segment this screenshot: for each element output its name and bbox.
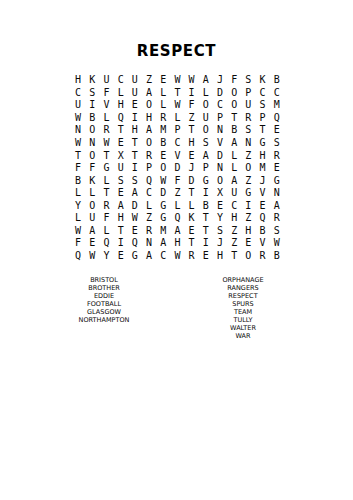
grid-cell-r5c10: O <box>199 124 213 137</box>
grid-cell-r9c2: K <box>85 174 99 187</box>
grid-cell-r11c4: A <box>114 199 128 212</box>
grid-cell-r13c6: R <box>142 225 156 238</box>
grid-cell-r5c15: E <box>270 124 284 137</box>
grid-cell-r1c15: B <box>270 74 284 87</box>
word-list-item: RANGERS <box>178 284 308 292</box>
grid-cell-r3c3: V <box>99 99 113 112</box>
grid-cell-r4c14: P <box>255 112 269 125</box>
grid-cell-r14c8: H <box>170 237 184 250</box>
grid-cell-r9c14: J <box>255 174 269 187</box>
grid-cell-r11c2: O <box>85 199 99 212</box>
grid-cell-r2c7: L <box>156 87 170 100</box>
grid-cell-r12c6: Z <box>142 212 156 225</box>
grid-cell-r9c12: A <box>227 174 241 187</box>
grid-cell-r5c11: N <box>213 124 227 137</box>
grid-cell-r2c11: D <box>213 87 227 100</box>
grid-cell-r10c7: D <box>156 187 170 200</box>
grid-cell-r11c15: A <box>270 199 284 212</box>
grid-cell-r9c10: G <box>199 174 213 187</box>
grid-cell-r5c1: N <box>71 124 85 137</box>
grid-cell-r7c15: R <box>270 149 284 162</box>
word-list-item: GLASGOW <box>39 308 169 316</box>
word-list-item: WALTER <box>178 324 308 332</box>
grid-cell-r8c3: G <box>99 162 113 175</box>
grid-cell-r15c2: W <box>85 250 99 263</box>
grid-cell-r1c1: H <box>71 74 85 87</box>
word-list-item: TULLY <box>178 316 308 324</box>
grid-cell-r14c7: A <box>156 237 170 250</box>
grid-cell-r7c2: O <box>85 149 99 162</box>
grid-cell-r11c12: C <box>227 199 241 212</box>
grid-cell-r13c2: A <box>85 225 99 238</box>
grid-cell-r12c4: H <box>114 212 128 225</box>
grid-cell-r1c11: J <box>213 74 227 87</box>
grid-cell-r5c5: H <box>128 124 142 137</box>
grid-cell-r1c5: U <box>128 74 142 87</box>
grid-cell-r5c2: O <box>85 124 99 137</box>
grid-cell-r7c11: D <box>213 149 227 162</box>
grid-cell-r4c10: U <box>199 112 213 125</box>
word-list-item: NORTHAMPTON <box>39 316 169 324</box>
grid-cell-r7c9: E <box>185 149 199 162</box>
grid-cell-r9c3: L <box>99 174 113 187</box>
grid-cell-r13c9: E <box>185 225 199 238</box>
grid-cell-r15c3: Y <box>99 250 113 263</box>
grid-cell-r4c2: B <box>85 112 99 125</box>
grid-cell-r6c1: W <box>71 137 85 150</box>
grid-cell-r6c8: C <box>170 137 184 150</box>
grid-cell-r10c10: I <box>199 187 213 200</box>
grid-cell-r11c9: L <box>185 199 199 212</box>
grid-cell-r5c14: T <box>255 124 269 137</box>
word-list-left: BRISTOLBROTHEREDDIEFOOTBALLGLASGOWNORTHA… <box>39 276 169 324</box>
grid-cell-r15c13: O <box>241 250 255 263</box>
grid-cell-r4c5: I <box>128 112 142 125</box>
grid-cell-r1c2: K <box>85 74 99 87</box>
grid-cell-r2c14: C <box>255 87 269 100</box>
grid-cell-r3c6: O <box>142 99 156 112</box>
word-list-item: BRISTOL <box>39 276 169 284</box>
grid-cell-r9c1: B <box>71 174 85 187</box>
grid-cell-r12c2: U <box>85 212 99 225</box>
grid-cell-r10c12: U <box>227 187 241 200</box>
grid-cell-r3c15: M <box>270 99 284 112</box>
grid-cell-r14c6: N <box>142 237 156 250</box>
grid-cell-r4c6: H <box>142 112 156 125</box>
grid-cell-r6c13: N <box>241 137 255 150</box>
grid-cell-r11c6: L <box>142 199 156 212</box>
grid-cell-r11c1: Y <box>71 199 85 212</box>
grid-cell-r7c8: V <box>170 149 184 162</box>
grid-cell-r6c10: S <box>199 137 213 150</box>
grid-cell-r4c3: L <box>99 112 113 125</box>
grid-cell-r6c2: N <box>85 137 99 150</box>
grid-cell-r14c1: F <box>71 237 85 250</box>
grid-cell-r11c11: E <box>213 199 227 212</box>
grid-cell-r11c13: I <box>241 199 255 212</box>
grid-cell-r3c11: C <box>213 99 227 112</box>
grid-cell-r2c3: F <box>99 87 113 100</box>
grid-cell-r10c14: V <box>255 187 269 200</box>
grid-cell-r9c13: Z <box>241 174 255 187</box>
grid-cell-r7c12: L <box>227 149 241 162</box>
grid-cell-r15c5: G <box>128 250 142 263</box>
grid-cell-r15c1: Q <box>71 250 85 263</box>
grid-cell-r1c10: A <box>199 74 213 87</box>
grid-cell-r14c4: I <box>114 237 128 250</box>
grid-cell-r8c7: O <box>156 162 170 175</box>
word-search-page: RESPECT HKUCUZEWWAJFSKBCSFLUALTILDOPCCUI… <box>0 0 353 500</box>
grid-cell-r2c1: C <box>71 87 85 100</box>
grid-cell-r7c10: A <box>199 149 213 162</box>
grid-cell-r3c9: F <box>185 99 199 112</box>
grid-cell-r8c8: D <box>170 162 184 175</box>
grid-cell-r6c12: A <box>227 137 241 150</box>
grid-cell-r14c5: Q <box>128 237 142 250</box>
grid-cell-r10c8: Z <box>170 187 184 200</box>
grid-cell-r3c2: I <box>85 99 99 112</box>
grid-cell-r3c5: E <box>128 99 142 112</box>
grid-cell-r4c12: T <box>227 112 241 125</box>
grid-cell-r13c5: E <box>128 225 142 238</box>
word-list-item: WAR <box>178 332 308 340</box>
grid-cell-r9c4: S <box>114 174 128 187</box>
grid-cell-r13c8: A <box>170 225 184 238</box>
grid-cell-r2c5: U <box>128 87 142 100</box>
grid-cell-r8c11: N <box>213 162 227 175</box>
grid-cell-r7c3: T <box>99 149 113 162</box>
grid-cell-r8c14: M <box>255 162 269 175</box>
grid-cell-r11c8: L <box>170 199 184 212</box>
grid-cell-r13c10: T <box>199 225 213 238</box>
grid-cell-r14c10: I <box>199 237 213 250</box>
grid-cell-r12c13: Z <box>241 212 255 225</box>
grid-cell-r4c11: P <box>213 112 227 125</box>
grid-cell-r3c4: H <box>114 99 128 112</box>
grid-cell-r14c12: Z <box>227 237 241 250</box>
word-list-item: BROTHER <box>39 284 169 292</box>
grid-cell-r15c9: R <box>185 250 199 263</box>
grid-cell-r4c9: Z <box>185 112 199 125</box>
grid-cell-r6c5: T <box>128 137 142 150</box>
grid-cell-r9c5: S <box>128 174 142 187</box>
grid-cell-r9c11: O <box>213 174 227 187</box>
grid-cell-r10c6: C <box>142 187 156 200</box>
grid-cell-r13c14: B <box>255 225 269 238</box>
grid-cell-r5c4: T <box>114 124 128 137</box>
grid-cell-r12c12: H <box>227 212 241 225</box>
grid-cell-r2c6: A <box>142 87 156 100</box>
word-list-item: ORPHANAGE <box>178 276 308 284</box>
word-search-grid: HKUCUZEWWAJFSKBCSFLUALTILDOPCCUIVHEOLWFO… <box>71 74 284 262</box>
grid-cell-r2c9: I <box>185 87 199 100</box>
page-title: RESPECT <box>0 42 353 60</box>
grid-cell-r2c15: C <box>270 87 284 100</box>
grid-cell-r5c13: S <box>241 124 255 137</box>
grid-cell-r3c10: O <box>199 99 213 112</box>
grid-cell-r12c14: Q <box>255 212 269 225</box>
grid-cell-r9c8: F <box>170 174 184 187</box>
grid-cell-r1c14: K <box>255 74 269 87</box>
grid-cell-r10c1: L <box>71 187 85 200</box>
grid-cell-r6c15: S <box>270 137 284 150</box>
grid-cell-r9c9: D <box>185 174 199 187</box>
grid-cell-r5c3: R <box>99 124 113 137</box>
grid-cell-r12c15: R <box>270 212 284 225</box>
grid-cell-r5c6: A <box>142 124 156 137</box>
grid-cell-r13c13: H <box>241 225 255 238</box>
grid-cell-r2c12: O <box>227 87 241 100</box>
grid-cell-r3c1: U <box>71 99 85 112</box>
grid-cell-r13c11: S <box>213 225 227 238</box>
grid-cell-r11c7: G <box>156 199 170 212</box>
grid-cell-r9c6: Q <box>142 174 156 187</box>
grid-cell-r2c10: L <box>199 87 213 100</box>
grid-cell-r15c12: T <box>227 250 241 263</box>
grid-cell-r11c14: E <box>255 199 269 212</box>
grid-cell-r7c1: T <box>71 149 85 162</box>
grid-cell-r6c6: O <box>142 137 156 150</box>
grid-cell-r6c3: W <box>99 137 113 150</box>
grid-cell-r4c4: Q <box>114 112 128 125</box>
grid-cell-r12c9: K <box>185 212 199 225</box>
grid-cell-r3c14: S <box>255 99 269 112</box>
grid-cell-r8c4: U <box>114 162 128 175</box>
grid-cell-r6c7: B <box>156 137 170 150</box>
grid-cell-r8c6: P <box>142 162 156 175</box>
word-list-item: RESPECT <box>178 292 308 300</box>
grid-cell-r8c9: J <box>185 162 199 175</box>
grid-cell-r8c13: O <box>241 162 255 175</box>
grid-cell-r6c4: E <box>114 137 128 150</box>
grid-cell-r14c2: E <box>85 237 99 250</box>
grid-cell-r8c5: I <box>128 162 142 175</box>
grid-cell-r11c5: D <box>128 199 142 212</box>
grid-cell-r10c4: E <box>114 187 128 200</box>
grid-cell-r1c3: U <box>99 74 113 87</box>
grid-cell-r8c1: F <box>71 162 85 175</box>
grid-cell-r15c4: E <box>114 250 128 263</box>
grid-cell-r15c14: R <box>255 250 269 263</box>
grid-cell-r8c2: F <box>85 162 99 175</box>
grid-cell-r1c9: W <box>185 74 199 87</box>
grid-cell-r12c10: T <box>199 212 213 225</box>
grid-cell-r7c13: Z <box>241 149 255 162</box>
grid-cell-r12c1: L <box>71 212 85 225</box>
word-list-item: TEAM <box>178 308 308 316</box>
grid-cell-r4c13: R <box>241 112 255 125</box>
word-list-item: FOOTBALL <box>39 300 169 308</box>
grid-cell-r13c12: Z <box>227 225 241 238</box>
grid-cell-r9c15: G <box>270 174 284 187</box>
grid-cell-r4c15: Q <box>270 112 284 125</box>
grid-cell-r11c3: R <box>99 199 113 212</box>
grid-cell-r2c2: S <box>85 87 99 100</box>
grid-cell-r14c14: V <box>255 237 269 250</box>
grid-cell-r15c8: W <box>170 250 184 263</box>
grid-cell-r13c15: S <box>270 225 284 238</box>
grid-cell-r14c13: E <box>241 237 255 250</box>
grid-cell-r12c11: Y <box>213 212 227 225</box>
grid-cell-r1c4: C <box>114 74 128 87</box>
grid-cell-r10c9: T <box>185 187 199 200</box>
grid-cell-r14c11: J <box>213 237 227 250</box>
grid-cell-r4c1: W <box>71 112 85 125</box>
grid-cell-r7c4: X <box>114 149 128 162</box>
grid-cell-r15c11: H <box>213 250 227 263</box>
grid-cell-r12c5: W <box>128 212 142 225</box>
grid-cell-r5c12: B <box>227 124 241 137</box>
grid-cell-r15c15: B <box>270 250 284 263</box>
grid-cell-r4c7: R <box>156 112 170 125</box>
grid-cell-r13c1: W <box>71 225 85 238</box>
grid-cell-r2c13: P <box>241 87 255 100</box>
grid-cell-r6c9: H <box>185 137 199 150</box>
grid-cell-r7c6: R <box>142 149 156 162</box>
grid-cell-r7c14: H <box>255 149 269 162</box>
grid-cell-r10c13: G <box>241 187 255 200</box>
word-list-item: EDDIE <box>39 292 169 300</box>
grid-cell-r7c7: E <box>156 149 170 162</box>
grid-cell-r7c5: T <box>128 149 142 162</box>
grid-cell-r5c8: P <box>170 124 184 137</box>
grid-cell-r3c12: O <box>227 99 241 112</box>
grid-cell-r6c14: G <box>255 137 269 150</box>
grid-cell-r2c8: T <box>170 87 184 100</box>
grid-cell-r8c10: P <box>199 162 213 175</box>
grid-cell-r1c13: S <box>241 74 255 87</box>
grid-cell-r13c7: M <box>156 225 170 238</box>
grid-cell-r10c3: T <box>99 187 113 200</box>
grid-cell-r10c5: A <box>128 187 142 200</box>
grid-cell-r1c8: W <box>170 74 184 87</box>
word-list-item: SPURS <box>178 300 308 308</box>
grid-cell-r11c10: B <box>199 199 213 212</box>
grid-cell-r1c12: F <box>227 74 241 87</box>
grid-cell-r1c7: E <box>156 74 170 87</box>
grid-cell-r5c9: T <box>185 124 199 137</box>
grid-cell-r15c10: E <box>199 250 213 263</box>
grid-cell-r12c8: Q <box>170 212 184 225</box>
grid-cell-r5c7: M <box>156 124 170 137</box>
grid-cell-r15c6: A <box>142 250 156 263</box>
word-list-right: ORPHANAGERANGERSRESPECTSPURSTEAMTULLYWAL… <box>178 276 308 340</box>
grid-cell-r10c15: N <box>270 187 284 200</box>
grid-cell-r9c7: W <box>156 174 170 187</box>
grid-cell-r3c8: W <box>170 99 184 112</box>
grid-cell-r3c13: U <box>241 99 255 112</box>
grid-cell-r10c11: X <box>213 187 227 200</box>
grid-cell-r10c2: L <box>85 187 99 200</box>
grid-cell-r2c4: L <box>114 87 128 100</box>
grid-cell-r13c4: T <box>114 225 128 238</box>
grid-cell-r1c6: Z <box>142 74 156 87</box>
grid-cell-r4c8: L <box>170 112 184 125</box>
grid-cell-r15c7: C <box>156 250 170 263</box>
grid-cell-r12c7: G <box>156 212 170 225</box>
grid-cell-r14c15: W <box>270 237 284 250</box>
grid-cell-r3c7: L <box>156 99 170 112</box>
grid-cell-r12c3: F <box>99 212 113 225</box>
grid-cell-r14c9: T <box>185 237 199 250</box>
grid-cell-r8c12: L <box>227 162 241 175</box>
grid-cell-r8c15: E <box>270 162 284 175</box>
grid-cell-r6c11: V <box>213 137 227 150</box>
grid-cell-r13c3: L <box>99 225 113 238</box>
grid-cell-r14c3: Q <box>99 237 113 250</box>
